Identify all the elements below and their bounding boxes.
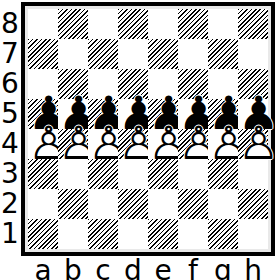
file-label-a: a <box>28 254 58 280</box>
square-f6[interactable] <box>178 69 208 99</box>
white-pawn-fill: ♟ <box>88 129 118 159</box>
square-e2[interactable] <box>148 189 178 219</box>
square-f2[interactable] <box>178 189 208 219</box>
square-d4[interactable]: ♟♙ <box>118 129 148 159</box>
white-pawn: ♙ <box>238 129 268 159</box>
black-pawn: ♟ <box>208 99 238 129</box>
square-d7[interactable] <box>118 39 148 69</box>
rank-label-5: 5 <box>0 99 20 129</box>
square-h7[interactable] <box>238 39 268 69</box>
square-h5[interactable]: ♟ <box>238 99 268 129</box>
white-pawn-fill: ♟ <box>118 129 148 159</box>
white-pawn-fill: ♟ <box>238 129 268 159</box>
square-g5[interactable]: ♟ <box>208 99 238 129</box>
file-labels: abcdefgh <box>28 254 268 280</box>
file-label-b: b <box>58 254 88 280</box>
square-e8[interactable] <box>148 9 178 39</box>
rank-label-2: 2 <box>0 189 20 219</box>
square-b7[interactable] <box>58 39 88 69</box>
file-label-e: e <box>148 254 178 280</box>
square-e5[interactable]: ♟ <box>148 99 178 129</box>
square-b5[interactable]: ♟ <box>58 99 88 129</box>
square-f4[interactable]: ♟♙ <box>178 129 208 159</box>
square-a6[interactable] <box>28 69 58 99</box>
chess-diagram: 87654321 ♟♟♟♟♟♟♟♟♟♙♟♙♟♙♟♙♟♙♟♙♟♙♟♙ abcdef… <box>0 0 280 280</box>
square-g7[interactable] <box>208 39 238 69</box>
rank-label-3: 3 <box>0 159 20 189</box>
square-h3[interactable] <box>238 159 268 189</box>
square-a3[interactable] <box>28 159 58 189</box>
square-d3[interactable] <box>118 159 148 189</box>
rank-labels: 87654321 <box>0 9 20 249</box>
square-c3[interactable] <box>88 159 118 189</box>
white-pawn-fill: ♟ <box>28 129 58 159</box>
square-d8[interactable] <box>118 9 148 39</box>
black-pawn: ♟ <box>178 99 208 129</box>
rank-label-6: 6 <box>0 69 20 99</box>
black-pawn: ♟ <box>28 99 58 129</box>
square-g8[interactable] <box>208 9 238 39</box>
file-label-f: f <box>178 254 208 280</box>
square-a8[interactable] <box>28 9 58 39</box>
white-pawn: ♙ <box>148 129 178 159</box>
square-h8[interactable] <box>238 9 268 39</box>
square-e7[interactable] <box>148 39 178 69</box>
rank-label-4: 4 <box>0 129 20 159</box>
square-c7[interactable] <box>88 39 118 69</box>
white-pawn-fill: ♟ <box>58 129 88 159</box>
file-label-h: h <box>238 254 268 280</box>
square-b1[interactable] <box>58 219 88 249</box>
rank-label-7: 7 <box>0 39 20 69</box>
square-e4[interactable]: ♟♙ <box>148 129 178 159</box>
square-h6[interactable] <box>238 69 268 99</box>
square-a5[interactable]: ♟ <box>28 99 58 129</box>
black-pawn: ♟ <box>238 99 268 129</box>
square-c8[interactable] <box>88 9 118 39</box>
white-pawn: ♙ <box>28 129 58 159</box>
file-label-g: g <box>208 254 238 280</box>
square-e3[interactable] <box>148 159 178 189</box>
square-g2[interactable] <box>208 189 238 219</box>
rank-label-8: 8 <box>0 9 20 39</box>
square-b4[interactable]: ♟♙ <box>58 129 88 159</box>
square-c6[interactable] <box>88 69 118 99</box>
white-pawn: ♙ <box>208 129 238 159</box>
board-frame: ♟♟♟♟♟♟♟♟♟♙♟♙♟♙♟♙♟♙♟♙♟♙♟♙ <box>21 2 275 256</box>
square-b2[interactable] <box>58 189 88 219</box>
square-h4[interactable]: ♟♙ <box>238 129 268 159</box>
square-c1[interactable] <box>88 219 118 249</box>
rank-label-1: 1 <box>0 219 20 249</box>
black-pawn: ♟ <box>148 99 178 129</box>
square-g6[interactable] <box>208 69 238 99</box>
white-pawn-fill: ♟ <box>208 129 238 159</box>
square-a1[interactable] <box>28 219 58 249</box>
white-pawn-fill: ♟ <box>148 129 178 159</box>
square-b8[interactable] <box>58 9 88 39</box>
square-b3[interactable] <box>58 159 88 189</box>
file-label-d: d <box>118 254 148 280</box>
square-c5[interactable]: ♟ <box>88 99 118 129</box>
white-pawn: ♙ <box>58 129 88 159</box>
white-pawn-fill: ♟ <box>178 129 208 159</box>
square-a4[interactable]: ♟♙ <box>28 129 58 159</box>
square-f8[interactable] <box>178 9 208 39</box>
square-f7[interactable] <box>178 39 208 69</box>
square-b6[interactable] <box>58 69 88 99</box>
square-a2[interactable] <box>28 189 58 219</box>
square-e1[interactable] <box>148 219 178 249</box>
square-d5[interactable]: ♟ <box>118 99 148 129</box>
black-pawn: ♟ <box>58 99 88 129</box>
square-h2[interactable] <box>238 189 268 219</box>
square-g3[interactable] <box>208 159 238 189</box>
square-d2[interactable] <box>118 189 148 219</box>
square-f1[interactable] <box>178 219 208 249</box>
square-g4[interactable]: ♟♙ <box>208 129 238 159</box>
black-pawn: ♟ <box>118 99 148 129</box>
square-f3[interactable] <box>178 159 208 189</box>
white-pawn: ♙ <box>88 129 118 159</box>
square-g1[interactable] <box>208 219 238 249</box>
chessboard: ♟♟♟♟♟♟♟♟♟♙♟♙♟♙♟♙♟♙♟♙♟♙♟♙ <box>28 9 268 249</box>
square-c4[interactable]: ♟♙ <box>88 129 118 159</box>
black-pawn: ♟ <box>88 99 118 129</box>
white-pawn: ♙ <box>118 129 148 159</box>
square-h1[interactable] <box>238 219 268 249</box>
square-a7[interactable] <box>28 39 58 69</box>
square-c2[interactable] <box>88 189 118 219</box>
square-d1[interactable] <box>118 219 148 249</box>
square-e6[interactable] <box>148 69 178 99</box>
square-d6[interactable] <box>118 69 148 99</box>
square-f5[interactable]: ♟ <box>178 99 208 129</box>
file-label-c: c <box>88 254 118 280</box>
white-pawn: ♙ <box>178 129 208 159</box>
